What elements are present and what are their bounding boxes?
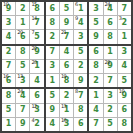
cage-sum-label: 24 xyxy=(17,89,22,94)
cell-r8c8[interactable]: 2 xyxy=(104,104,117,117)
cell-r3c5[interactable]: 217 xyxy=(60,30,73,43)
cage-sum-label: 4 xyxy=(31,118,34,123)
cell-r7c7[interactable]: 1 xyxy=(89,89,102,102)
cell-digit: 4 xyxy=(34,77,40,85)
cell-digit: 6 xyxy=(64,62,70,70)
cell-r6c8[interactable]: 7 xyxy=(104,74,117,87)
cell-r6c5[interactable]: 198 xyxy=(60,74,73,87)
sudoku-box-3: 324475632981 xyxy=(89,2,131,44)
cell-r7c3[interactable]: 6 xyxy=(30,89,43,102)
cell-r5c7[interactable]: 8 xyxy=(89,60,102,73)
cell-r9c5[interactable]: 163 xyxy=(60,118,73,131)
cage-sum-label: 28 xyxy=(105,60,110,65)
cell-r3c3[interactable]: 75 xyxy=(30,30,43,43)
cell-r6c6[interactable]: 9 xyxy=(74,74,87,87)
cell-digit: 3 xyxy=(122,48,128,56)
cell-digit: 5 xyxy=(93,19,99,27)
cage-sum-label: 3 xyxy=(119,16,122,21)
cell-r4c6[interactable]: 5 xyxy=(74,46,87,59)
cell-r3c1[interactable]: 4 xyxy=(2,30,15,43)
cell-r7c9[interactable]: 109 xyxy=(118,89,131,102)
cell-digit: 7 xyxy=(122,5,128,13)
sudoku-box-5: 74536211989 xyxy=(46,46,88,88)
cell-digit: 2 xyxy=(6,48,12,56)
cell-digit: 1 xyxy=(107,48,113,56)
cage-sum-label: 9 xyxy=(75,16,78,21)
cell-r1c7[interactable]: 3 xyxy=(89,2,102,15)
cage-sum-label: 8 xyxy=(75,89,78,94)
cell-r8c1[interactable]: 5 xyxy=(2,104,15,117)
cell-r7c5[interactable]: 2 xyxy=(60,89,73,102)
cell-digit: 3 xyxy=(6,19,12,27)
cell-digit: 5 xyxy=(20,62,26,70)
cell-r4c7[interactable]: 6 xyxy=(89,46,102,59)
cage-sum-label: 20 xyxy=(31,46,36,51)
cell-digit: 2 xyxy=(122,19,128,27)
cell-r2c1[interactable]: 3 xyxy=(2,16,15,29)
cell-digit: 9 xyxy=(20,120,26,128)
cell-digit: 2 xyxy=(78,62,84,70)
cell-digit: 1 xyxy=(122,33,128,41)
cell-r4c9[interactable]: 3 xyxy=(118,46,131,59)
cell-r3c6[interactable]: 3 xyxy=(74,30,87,43)
sudoku-box-2: 6561899422173 xyxy=(46,2,88,44)
cell-digit: 5 xyxy=(64,5,70,13)
cell-r3c8[interactable]: 8 xyxy=(104,30,117,43)
cell-digit: 7 xyxy=(20,106,26,114)
cell-r5c6[interactable]: 2 xyxy=(74,60,87,73)
cell-digit: 7 xyxy=(107,77,113,85)
cell-digit: 2 xyxy=(20,5,26,13)
cell-r1c3[interactable]: 158 xyxy=(30,2,43,15)
cell-r7c2[interactable]: 244 xyxy=(16,89,29,102)
cell-digit: 5 xyxy=(107,120,113,128)
cell-r1c4[interactable]: 6 xyxy=(46,2,59,15)
cell-r4c5[interactable]: 4 xyxy=(60,46,73,59)
cell-digit: 1 xyxy=(6,120,12,128)
cell-r3c2[interactable]: 206 xyxy=(16,30,29,43)
cell-r1c6[interactable]: 61 xyxy=(74,2,87,15)
sudoku-box-6: 61382894275 xyxy=(89,46,131,88)
cell-digit: 2 xyxy=(93,77,99,85)
cell-digit: 5 xyxy=(122,77,128,85)
cell-r9c9[interactable]: 8 xyxy=(118,118,131,131)
cell-r6c1[interactable]: 166 xyxy=(2,74,15,87)
cell-digit: 7 xyxy=(6,62,12,70)
cell-digit: 9 xyxy=(49,106,55,114)
cell-digit: 2 xyxy=(107,106,113,114)
cell-r2c9[interactable]: 32 xyxy=(118,16,131,29)
sudoku-box-9: 13109426758 xyxy=(89,89,131,131)
cell-digit: 3 xyxy=(93,5,99,13)
cell-digit: 4 xyxy=(6,33,12,41)
cell-r8c5[interactable]: 131 xyxy=(60,104,73,117)
cell-r5c2[interactable]: 5 xyxy=(16,60,29,73)
cell-digit: 8 xyxy=(6,92,12,100)
cell-r7c8[interactable]: 3 xyxy=(104,89,117,102)
cage-sum-label: 20 xyxy=(31,60,36,65)
cage-sum-label: 14 xyxy=(31,16,36,21)
cell-digit: 6 xyxy=(107,19,113,27)
cell-r6c4[interactable]: 1 xyxy=(46,74,59,87)
cage-sum-label: 10 xyxy=(3,2,8,7)
cell-r5c1[interactable]: 7 xyxy=(2,60,15,73)
cell-digit: 8 xyxy=(78,106,84,114)
cell-r2c7[interactable]: 5 xyxy=(89,16,102,29)
cell-digit: 1 xyxy=(20,19,26,27)
cell-r1c1[interactable]: 109 xyxy=(2,2,15,15)
cell-r5c9[interactable]: 4 xyxy=(118,60,131,73)
cell-digit: 6 xyxy=(49,5,55,13)
cell-digit: 1 xyxy=(93,92,99,100)
cell-r9c3[interactable]: 42 xyxy=(30,118,43,131)
cell-digit: 4 xyxy=(64,48,70,56)
cell-r9c6[interactable]: 6 xyxy=(74,118,87,131)
cage-sum-label: 12 xyxy=(31,104,36,109)
cell-digit: 1 xyxy=(78,5,84,13)
cell-r6c2[interactable]: 133 xyxy=(16,74,29,87)
cell-digit: 3 xyxy=(107,92,113,100)
cage-sum-label: 20 xyxy=(17,30,22,35)
cell-r2c4[interactable]: 8 xyxy=(46,16,59,29)
cell-digit: 9 xyxy=(93,33,99,41)
cage-sum-label: 13 xyxy=(61,104,66,109)
killer-sudoku-board: 1092158311474206756561899422173324475632… xyxy=(0,0,133,133)
cell-digit: 8 xyxy=(93,62,99,70)
cell-r4c8[interactable]: 1 xyxy=(104,46,117,59)
cage-sum-label: 16 xyxy=(61,118,66,123)
cell-r3c7[interactable]: 9 xyxy=(89,30,102,43)
cell-digit: 2 xyxy=(34,120,40,128)
sudoku-box-8: 52879131841636 xyxy=(46,89,88,131)
cell-r5c8[interactable]: 289 xyxy=(104,60,117,73)
cell-digit: 8 xyxy=(20,48,26,56)
cell-digit: 6 xyxy=(93,48,99,56)
sudoku-box-7: 82446571231942 xyxy=(2,89,44,131)
cell-digit: 1 xyxy=(49,77,55,85)
cell-digit: 8 xyxy=(122,120,128,128)
cell-digit: 4 xyxy=(122,62,128,70)
cell-digit: 6 xyxy=(122,106,128,114)
cell-digit: 8 xyxy=(49,19,55,27)
cage-sum-label: 19 xyxy=(61,74,66,79)
cell-r2c5[interactable]: 9 xyxy=(60,16,73,29)
cell-r3c9[interactable]: 1 xyxy=(118,30,131,43)
cage-sum-label: 24 xyxy=(105,2,110,7)
cell-r1c5[interactable]: 5 xyxy=(60,2,73,15)
cell-r9c7[interactable]: 7 xyxy=(89,118,102,131)
cell-r4c4[interactable]: 7 xyxy=(46,46,59,59)
cell-digit: 7 xyxy=(78,92,84,100)
cell-r9c2[interactable]: 9 xyxy=(16,118,29,131)
cell-digit: 9 xyxy=(78,77,84,85)
cage-sum-label: 13 xyxy=(17,74,22,79)
sudoku-box-1: 109215831147420675 xyxy=(2,2,44,44)
cell-r7c1[interactable]: 8 xyxy=(2,89,15,102)
cell-r4c2[interactable]: 8 xyxy=(16,46,29,59)
cell-r8c2[interactable]: 7 xyxy=(16,104,29,117)
cell-digit: 9 xyxy=(64,19,70,27)
cage-sum-label: 16 xyxy=(3,74,8,79)
cell-digit: 5 xyxy=(49,92,55,100)
cell-digit: 4 xyxy=(49,120,55,128)
cell-digit: 6 xyxy=(78,120,84,128)
cell-r6c9[interactable]: 5 xyxy=(118,74,131,87)
cell-digit: 7 xyxy=(49,48,55,56)
cell-digit: 2 xyxy=(49,33,55,41)
cell-r2c6[interactable]: 94 xyxy=(74,16,87,29)
cage-sum-label: 15 xyxy=(31,2,36,7)
cell-digit: 5 xyxy=(34,33,40,41)
cell-r3c4[interactable]: 2 xyxy=(46,30,59,43)
cage-sum-label: 10 xyxy=(119,89,124,94)
cell-r8c3[interactable]: 123 xyxy=(30,104,43,117)
cage-sum-label: 21 xyxy=(61,30,66,35)
cell-digit: 6 xyxy=(34,92,40,100)
cell-r1c8[interactable]: 244 xyxy=(104,2,117,15)
cell-r9c4[interactable]: 4 xyxy=(46,118,59,131)
cell-r2c8[interactable]: 6 xyxy=(104,16,117,29)
cell-r6c7[interactable]: 2 xyxy=(89,74,102,87)
cell-r4c1[interactable]: 2 xyxy=(2,46,15,59)
cell-r4c3[interactable]: 209 xyxy=(30,46,43,59)
cell-r6c3[interactable]: 4 xyxy=(30,74,43,87)
cell-digit: 8 xyxy=(107,33,113,41)
cell-digit: 7 xyxy=(93,120,99,128)
cell-r5c3[interactable]: 201 xyxy=(30,60,43,73)
cell-r2c3[interactable]: 147 xyxy=(30,16,43,29)
cell-r8c7[interactable]: 4 xyxy=(89,104,102,117)
cell-r5c5[interactable]: 6 xyxy=(60,60,73,73)
cell-r7c6[interactable]: 87 xyxy=(74,89,87,102)
cell-r5c4[interactable]: 3 xyxy=(46,60,59,73)
cell-digit: 3 xyxy=(49,62,55,70)
cell-r9c8[interactable]: 5 xyxy=(104,118,117,131)
cage-sum-label: 7 xyxy=(31,30,34,35)
cage-sum-label: 6 xyxy=(75,2,78,7)
cell-digit: 5 xyxy=(78,48,84,56)
cell-digit: 5 xyxy=(6,106,12,114)
cell-r2c2[interactable]: 1 xyxy=(16,16,29,29)
cell-r8c4[interactable]: 9 xyxy=(46,104,59,117)
sudoku-box-4: 28209752011661334 xyxy=(2,46,44,88)
cell-r1c2[interactable]: 2 xyxy=(16,2,29,15)
cell-r1c9[interactable]: 7 xyxy=(118,2,131,15)
cell-r8c6[interactable]: 8 xyxy=(74,104,87,117)
cell-r8c9[interactable]: 6 xyxy=(118,104,131,117)
cell-r7c4[interactable]: 5 xyxy=(46,89,59,102)
cell-digit: 4 xyxy=(78,19,84,27)
cell-digit: 4 xyxy=(93,106,99,114)
cell-digit: 3 xyxy=(78,33,84,41)
cell-digit: 2 xyxy=(64,92,70,100)
cell-r9c1[interactable]: 1 xyxy=(2,118,15,131)
